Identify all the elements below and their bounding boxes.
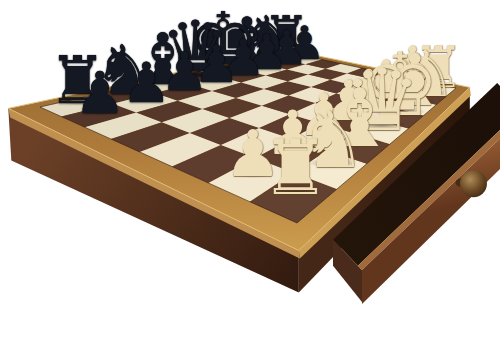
black-pawn-b7[interactable]: ♟ [121,54,171,110]
chess-set-scene: ♜♞♝♛♚♝♞♜♟♟♟♟♟♟♟♟♟♟♟♟♟♟♟♟♜♞♝♛♚♝♞♜ [0,0,500,341]
pieces-layer: ♜♞♝♛♚♝♞♜♟♟♟♟♟♟♟♟♟♟♟♟♟♟♟♟♜♞♝♛♚♝♞♜ [0,0,500,341]
black-pawn-a7[interactable]: ♟ [74,65,126,123]
white-rook-a1[interactable]: ♜ [261,129,330,206]
